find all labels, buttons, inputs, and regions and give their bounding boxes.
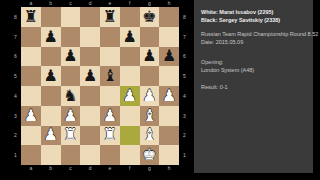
square-c4[interactable]: ♞	[61, 86, 81, 106]
black-knight-c4[interactable]: ♞	[63, 87, 77, 103]
square-c8[interactable]	[61, 7, 81, 27]
info-line-4: Opening:	[201, 58, 307, 66]
rank-label-1: 1	[179, 145, 190, 165]
square-e7[interactable]	[100, 27, 120, 47]
square-c5[interactable]	[61, 66, 81, 86]
info-line-2: Russian Team Rapid Championship Round 8.…	[201, 30, 307, 38]
rank-label-7: 7	[179, 27, 190, 47]
square-b5[interactable]: ♟	[41, 66, 61, 86]
square-g1[interactable]: ♚	[140, 145, 160, 165]
square-f2[interactable]	[120, 126, 140, 146]
white-rook-c2[interactable]: ♜	[63, 127, 77, 143]
square-f8[interactable]	[120, 7, 140, 27]
rank-label-8: 8	[179, 7, 190, 27]
white-pawn-b2[interactable]: ♟	[43, 127, 57, 143]
square-b8[interactable]	[41, 7, 61, 27]
black-pawn-d5[interactable]: ♟	[83, 68, 97, 84]
square-b4[interactable]	[41, 86, 61, 106]
black-pawn-h6[interactable]: ♟	[162, 48, 176, 64]
square-f4[interactable]: ♟	[120, 86, 140, 106]
file-label-h: h	[159, 165, 179, 172]
white-king-g1[interactable]: ♚	[142, 147, 156, 163]
file-label-h: h	[159, 0, 179, 7]
square-a1[interactable]	[21, 145, 41, 165]
square-f5[interactable]	[120, 66, 140, 86]
file-label-b: b	[41, 165, 61, 172]
black-king-g8[interactable]: ♚	[142, 8, 156, 24]
file-label-d: d	[80, 0, 100, 7]
square-g8[interactable]: ♚	[140, 7, 160, 27]
rank-label-6: 6	[10, 47, 21, 67]
white-bishop-g2[interactable]: ♝	[142, 127, 156, 143]
square-h5[interactable]	[159, 66, 179, 86]
rank-label-4: 4	[179, 86, 190, 106]
square-h6[interactable]: ♟	[159, 47, 179, 67]
square-d5[interactable]: ♟	[80, 66, 100, 86]
white-pawn-a3[interactable]: ♟	[24, 107, 38, 123]
square-e2[interactable]: ♜	[100, 126, 120, 146]
rank-label-4: 4	[10, 86, 21, 106]
info-line-1: Black: Sergey Savitskiy (2338)	[201, 16, 307, 24]
rank-label-3: 3	[10, 106, 21, 126]
info-line-5: London System (A48)	[201, 66, 307, 74]
white-pawn-f4[interactable]: ♟	[122, 87, 136, 103]
file-label-c: c	[61, 0, 81, 7]
white-pawn-e3[interactable]: ♟	[103, 107, 117, 123]
square-c2[interactable]: ♜	[61, 126, 81, 146]
square-e4[interactable]	[100, 86, 120, 106]
square-d2[interactable]	[80, 126, 100, 146]
square-g5[interactable]	[140, 66, 160, 86]
white-pawn-c3[interactable]: ♟	[63, 107, 77, 123]
rank-labels-left: 87654321	[10, 7, 21, 165]
square-h4[interactable]: ♟	[159, 86, 179, 106]
square-h8[interactable]	[159, 7, 179, 27]
square-e3[interactable]: ♟	[100, 106, 120, 126]
square-b1[interactable]	[41, 145, 61, 165]
rank-label-1: 1	[10, 145, 21, 165]
square-h3[interactable]	[159, 106, 179, 126]
square-b7[interactable]: ♟	[41, 27, 61, 47]
square-e1[interactable]	[100, 145, 120, 165]
black-pawn-g6[interactable]: ♟	[142, 48, 156, 64]
square-a3[interactable]: ♟	[21, 106, 41, 126]
rank-label-6: 6	[179, 47, 190, 67]
black-bishop-e5[interactable]: ♝	[103, 68, 117, 84]
square-g4[interactable]: ♟	[140, 86, 160, 106]
file-label-f: f	[120, 0, 140, 7]
rank-label-3: 3	[179, 106, 190, 126]
square-f6[interactable]	[120, 47, 140, 67]
info-line-3: Date: 2015.05.09	[201, 38, 307, 46]
black-pawn-c6[interactable]: ♟	[63, 48, 77, 64]
file-labels-bottom: abcdefgh	[21, 165, 179, 172]
rank-label-2: 2	[10, 126, 21, 146]
square-g7[interactable]	[140, 27, 160, 47]
rank-label-8: 8	[10, 7, 21, 27]
chess-board[interactable]: ♜♜♚♟♟♟♟♟♟♟♝♞♟♟♟♟♟♟♝♟♜♜♝♚	[21, 7, 179, 165]
square-h2[interactable]	[159, 126, 179, 146]
white-pawn-h4[interactable]: ♟	[162, 87, 176, 103]
black-pawn-f7[interactable]: ♟	[122, 28, 136, 44]
square-a7[interactable]	[21, 27, 41, 47]
file-label-a: a	[21, 165, 41, 172]
square-e8[interactable]: ♜	[100, 7, 120, 27]
square-b3[interactable]	[41, 106, 61, 126]
square-b2[interactable]: ♟	[41, 126, 61, 146]
square-a6[interactable]	[21, 47, 41, 67]
file-label-c: c	[61, 165, 81, 172]
square-d8[interactable]	[80, 7, 100, 27]
square-h7[interactable]	[159, 27, 179, 47]
square-a2[interactable]	[21, 126, 41, 146]
square-a4[interactable]	[21, 86, 41, 106]
square-c1[interactable]	[61, 145, 81, 165]
file-label-b: b	[41, 0, 61, 7]
info-line-6: Result: 0-1	[201, 83, 307, 91]
square-d6[interactable]	[80, 47, 100, 67]
square-g2[interactable]: ♝	[140, 126, 160, 146]
black-pawn-b7[interactable]: ♟	[43, 28, 57, 44]
square-g3[interactable]: ♝	[140, 106, 160, 126]
square-g6[interactable]: ♟	[140, 47, 160, 67]
square-a5[interactable]	[21, 66, 41, 86]
black-rook-a8[interactable]: ♜	[24, 8, 38, 24]
square-c6[interactable]: ♟	[61, 47, 81, 67]
rank-label-5: 5	[179, 66, 190, 86]
file-label-g: g	[140, 165, 160, 172]
square-e6[interactable]	[100, 47, 120, 67]
square-b6[interactable]	[41, 47, 61, 67]
square-d7[interactable]	[80, 27, 100, 47]
rank-label-2: 2	[179, 126, 190, 146]
rank-labels-right: 87654321	[179, 7, 190, 165]
square-f7[interactable]: ♟	[120, 27, 140, 47]
square-h1[interactable]	[159, 145, 179, 165]
info-line-0: White: Marat Issabov (2295)	[201, 8, 307, 16]
game-info-panel: White: Marat Issabov (2295)Black: Sergey…	[194, 0, 313, 173]
rank-label-7: 7	[10, 27, 21, 47]
black-rook-e8[interactable]: ♜	[103, 8, 117, 24]
square-d1[interactable]	[80, 145, 100, 165]
file-label-e: e	[100, 165, 120, 172]
chess-board-area: abcdefgh 87654321 ♜♜♚♟♟♟♟♟♟♟♝♞♟♟♟♟♟♟♝♟♜♜…	[10, 0, 190, 180]
white-pawn-g4[interactable]: ♟	[142, 87, 156, 103]
square-c3[interactable]: ♟	[61, 106, 81, 126]
file-label-d: d	[80, 165, 100, 172]
square-f3[interactable]	[120, 106, 140, 126]
square-f1[interactable]	[120, 145, 140, 165]
square-d3[interactable]	[80, 106, 100, 126]
square-a8[interactable]: ♜	[21, 7, 41, 27]
rank-label-5: 5	[10, 66, 21, 86]
white-rook-e2[interactable]: ♜	[103, 127, 117, 143]
square-e5[interactable]: ♝	[100, 66, 120, 86]
black-pawn-b5[interactable]: ♟	[43, 68, 57, 84]
square-d4[interactable]	[80, 86, 100, 106]
file-label-f: f	[120, 165, 140, 172]
white-bishop-g3[interactable]: ♝	[142, 107, 156, 123]
square-c7[interactable]	[61, 27, 81, 47]
